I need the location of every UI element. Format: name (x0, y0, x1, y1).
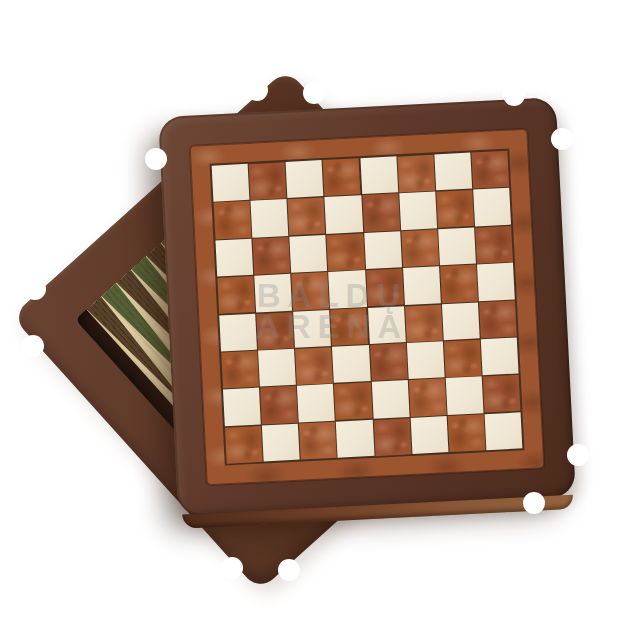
square-g5 (440, 265, 478, 303)
square-h6 (475, 225, 513, 263)
square-f1 (410, 416, 448, 454)
square-d8 (323, 158, 361, 196)
square-f5 (403, 266, 441, 304)
square-f4 (405, 304, 443, 342)
square-e3 (369, 343, 407, 381)
board-corner-notch (551, 128, 573, 150)
square-c3 (295, 347, 333, 385)
box-corner-notch (278, 559, 300, 581)
square-b5 (254, 274, 292, 312)
chess-board (158, 97, 576, 517)
board-side-edge (182, 495, 573, 529)
square-b1 (262, 423, 300, 461)
square-h3 (481, 337, 519, 375)
board-corner-notch (567, 444, 589, 466)
square-a5 (217, 276, 255, 314)
square-d1 (336, 420, 374, 458)
square-c7 (288, 197, 326, 235)
square-b2 (260, 386, 298, 424)
square-g1 (447, 414, 485, 452)
square-f2 (408, 378, 446, 416)
square-c2 (297, 384, 335, 422)
square-g2 (445, 377, 483, 415)
square-h8 (471, 151, 509, 189)
square-g6 (438, 227, 476, 265)
board-corner-notch (145, 148, 167, 170)
board-corner-notch (523, 492, 545, 514)
square-f6 (401, 229, 439, 267)
square-g7 (436, 190, 474, 228)
square-a4 (219, 313, 257, 351)
box-corner-notch (303, 82, 325, 104)
square-a2 (223, 388, 261, 426)
square-b3 (258, 349, 296, 387)
square-c8 (286, 160, 324, 198)
square-b7 (251, 199, 289, 237)
product-photo-scene: BALDŲ ARENA (0, 0, 625, 625)
square-c5 (291, 272, 329, 310)
square-e8 (360, 156, 398, 194)
square-a1 (225, 425, 263, 463)
square-a7 (214, 201, 252, 239)
square-e2 (371, 380, 409, 418)
square-h7 (473, 188, 511, 226)
box-corner-notch (22, 335, 44, 357)
square-d5 (329, 270, 367, 308)
chess-grid (210, 149, 525, 466)
square-g8 (434, 153, 472, 191)
square-g4 (442, 302, 480, 340)
square-h4 (479, 300, 517, 338)
square-d3 (332, 345, 370, 383)
square-b4 (256, 311, 294, 349)
square-a8 (212, 164, 250, 202)
square-a6 (215, 239, 253, 277)
square-a3 (221, 350, 259, 388)
square-d7 (325, 196, 363, 234)
square-e7 (362, 194, 400, 232)
square-d6 (327, 233, 365, 271)
board-corner-notch (201, 83, 223, 105)
square-f8 (397, 154, 435, 192)
square-g3 (444, 339, 482, 377)
box-corner-notch (221, 557, 243, 579)
box-corner-notch (246, 79, 268, 101)
square-h5 (477, 263, 515, 301)
square-e4 (368, 306, 406, 344)
square-b6 (253, 237, 291, 275)
square-h2 (483, 375, 521, 413)
square-f7 (399, 192, 437, 230)
square-d2 (334, 382, 372, 420)
square-e5 (366, 268, 404, 306)
square-e1 (373, 418, 411, 456)
square-f3 (406, 341, 444, 379)
box-corner-notch (24, 278, 46, 300)
square-h1 (484, 412, 522, 450)
square-d4 (330, 308, 368, 346)
square-e6 (364, 231, 402, 269)
square-c1 (299, 421, 337, 459)
square-b8 (249, 162, 287, 200)
square-c6 (290, 235, 328, 273)
board-corner-notch (503, 84, 525, 106)
square-c4 (293, 309, 331, 347)
